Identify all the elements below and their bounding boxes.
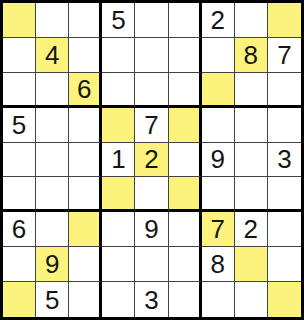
cell-r3c4[interactable] (102, 73, 135, 108)
cell-r2c1[interactable] (3, 38, 36, 73)
cell-r8c8[interactable] (235, 247, 268, 282)
cell-r2c6[interactable] (169, 38, 202, 73)
cell-r9c8[interactable] (235, 282, 268, 317)
cell-r2c8[interactable]: 8 (235, 38, 268, 73)
cell-r7c6[interactable] (169, 212, 202, 247)
cell-r9c1[interactable] (3, 282, 36, 317)
cell-r4c8[interactable] (235, 108, 268, 143)
cell-r5c7[interactable]: 9 (202, 143, 235, 178)
cell-r1c9[interactable] (268, 3, 301, 38)
cell-r9c6[interactable] (169, 282, 202, 317)
cell-r8c1[interactable] (3, 247, 36, 282)
sudoku-board: 52487657129369729853 (0, 0, 304, 320)
cell-r4c4[interactable] (102, 108, 135, 143)
cell-r9c7[interactable] (202, 282, 235, 317)
cell-r1c6[interactable] (169, 3, 202, 38)
cell-r7c8[interactable]: 2 (235, 212, 268, 247)
cell-r1c1[interactable] (3, 3, 36, 38)
cell-r6c3[interactable] (69, 177, 102, 212)
cell-r4c3[interactable] (69, 108, 102, 143)
cell-r2c7[interactable] (202, 38, 235, 73)
cell-r2c2[interactable]: 4 (36, 38, 69, 73)
cell-r9c3[interactable] (69, 282, 102, 317)
cell-r2c9[interactable]: 7 (268, 38, 301, 73)
cell-r7c2[interactable] (36, 212, 69, 247)
cell-r6c1[interactable] (3, 177, 36, 212)
cell-r3c3[interactable]: 6 (69, 73, 102, 108)
cell-r5c6[interactable] (169, 143, 202, 178)
cell-r8c7[interactable]: 8 (202, 247, 235, 282)
cell-r6c9[interactable] (268, 177, 301, 212)
cell-r7c7[interactable]: 7 (202, 212, 235, 247)
cell-r9c4[interactable] (102, 282, 135, 317)
cell-r3c6[interactable] (169, 73, 202, 108)
cell-r6c2[interactable] (36, 177, 69, 212)
cell-r8c6[interactable] (169, 247, 202, 282)
cell-r3c5[interactable] (135, 73, 168, 108)
cell-r8c3[interactable] (69, 247, 102, 282)
cell-r5c8[interactable] (235, 143, 268, 178)
cell-r4c7[interactable] (202, 108, 235, 143)
cell-r3c1[interactable] (3, 73, 36, 108)
cell-r2c4[interactable] (102, 38, 135, 73)
cell-r3c2[interactable] (36, 73, 69, 108)
cell-r3c9[interactable] (268, 73, 301, 108)
cell-r8c4[interactable] (102, 247, 135, 282)
cell-r4c5[interactable]: 7 (135, 108, 168, 143)
cell-r5c4[interactable]: 1 (102, 143, 135, 178)
cell-r7c5[interactable]: 9 (135, 212, 168, 247)
cell-r4c2[interactable] (36, 108, 69, 143)
cell-r6c6[interactable] (169, 177, 202, 212)
cell-r7c4[interactable] (102, 212, 135, 247)
cell-r7c3[interactable] (69, 212, 102, 247)
cell-r5c2[interactable] (36, 143, 69, 178)
cell-r5c9[interactable]: 3 (268, 143, 301, 178)
cell-r9c2[interactable]: 5 (36, 282, 69, 317)
cell-r1c4[interactable]: 5 (102, 3, 135, 38)
cell-r1c3[interactable] (69, 3, 102, 38)
cell-r6c7[interactable] (202, 177, 235, 212)
cell-r6c5[interactable] (135, 177, 168, 212)
cell-r3c8[interactable] (235, 73, 268, 108)
cell-r4c9[interactable] (268, 108, 301, 143)
cell-r3c7[interactable] (202, 73, 235, 108)
cell-r5c3[interactable] (69, 143, 102, 178)
cell-r1c8[interactable] (235, 3, 268, 38)
cell-r4c6[interactable] (169, 108, 202, 143)
cell-r5c5[interactable]: 2 (135, 143, 168, 178)
cell-r9c9[interactable] (268, 282, 301, 317)
cell-r1c2[interactable] (36, 3, 69, 38)
cell-r8c9[interactable] (268, 247, 301, 282)
cell-r2c5[interactable] (135, 38, 168, 73)
cell-r1c5[interactable] (135, 3, 168, 38)
cell-r1c7[interactable]: 2 (202, 3, 235, 38)
cell-r9c5[interactable]: 3 (135, 282, 168, 317)
cell-r7c9[interactable] (268, 212, 301, 247)
cell-r4c1[interactable]: 5 (3, 108, 36, 143)
cell-r8c5[interactable] (135, 247, 168, 282)
cell-r6c4[interactable] (102, 177, 135, 212)
cell-r2c3[interactable] (69, 38, 102, 73)
cell-r7c1[interactable]: 6 (3, 212, 36, 247)
cell-r8c2[interactable]: 9 (36, 247, 69, 282)
cell-r6c8[interactable] (235, 177, 268, 212)
cell-r5c1[interactable] (3, 143, 36, 178)
